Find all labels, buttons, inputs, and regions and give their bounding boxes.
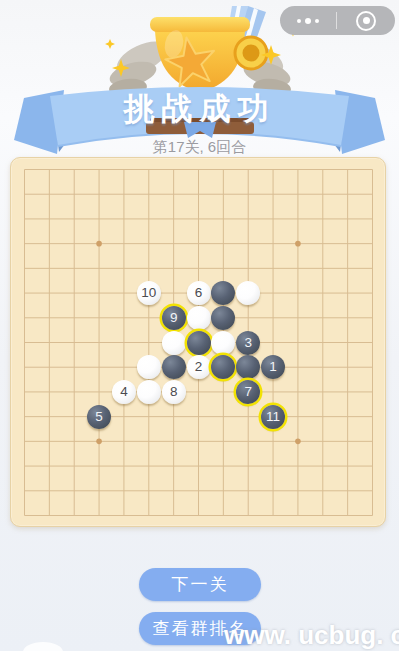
stone-white-6: 6: [187, 281, 211, 305]
dot-icon: [305, 18, 311, 24]
stone-black-11: 11: [261, 405, 285, 429]
stone-white-8: 8: [162, 380, 186, 404]
stone-white: [187, 306, 211, 330]
stone-black-3: 3: [236, 331, 260, 355]
stone-black: [211, 355, 235, 379]
stone-white: [211, 331, 235, 355]
stone-white: [137, 355, 161, 379]
close-minip-button[interactable]: [337, 11, 395, 31]
stone-black-1: 1: [261, 355, 285, 379]
stone-black: [211, 281, 235, 305]
level-round-subtitle: 第17关, 6回合: [0, 138, 399, 157]
stone-black: [187, 331, 211, 355]
stone-black: [236, 355, 260, 379]
faint-circle-artifact: [23, 642, 63, 651]
stone-white-10: 10: [137, 281, 161, 305]
wechat-capsule: [280, 6, 395, 35]
stones-layer: 1069321487511: [24, 169, 373, 516]
result-banner-text: 挑战成功: [0, 88, 399, 130]
stone-white-2: 2: [187, 355, 211, 379]
stone-white: [236, 281, 260, 305]
stone-black: [162, 355, 186, 379]
stone-black: [211, 306, 235, 330]
dot-icon: [315, 19, 319, 23]
stone-white: [137, 380, 161, 404]
more-menu-button[interactable]: [280, 18, 336, 24]
stone-black-7: 7: [236, 380, 260, 404]
circle-dot-icon: [356, 11, 376, 31]
stone-black-5: 5: [87, 405, 111, 429]
stone-black-9: 9: [162, 306, 186, 330]
gomoku-board: 1069321487511: [10, 157, 386, 527]
stone-white-4: 4: [112, 380, 136, 404]
next-level-button[interactable]: 下一关: [139, 568, 261, 601]
dot-icon: [297, 19, 301, 23]
stone-white: [162, 331, 186, 355]
site-watermark: www. ucbug. cc: [224, 620, 399, 651]
